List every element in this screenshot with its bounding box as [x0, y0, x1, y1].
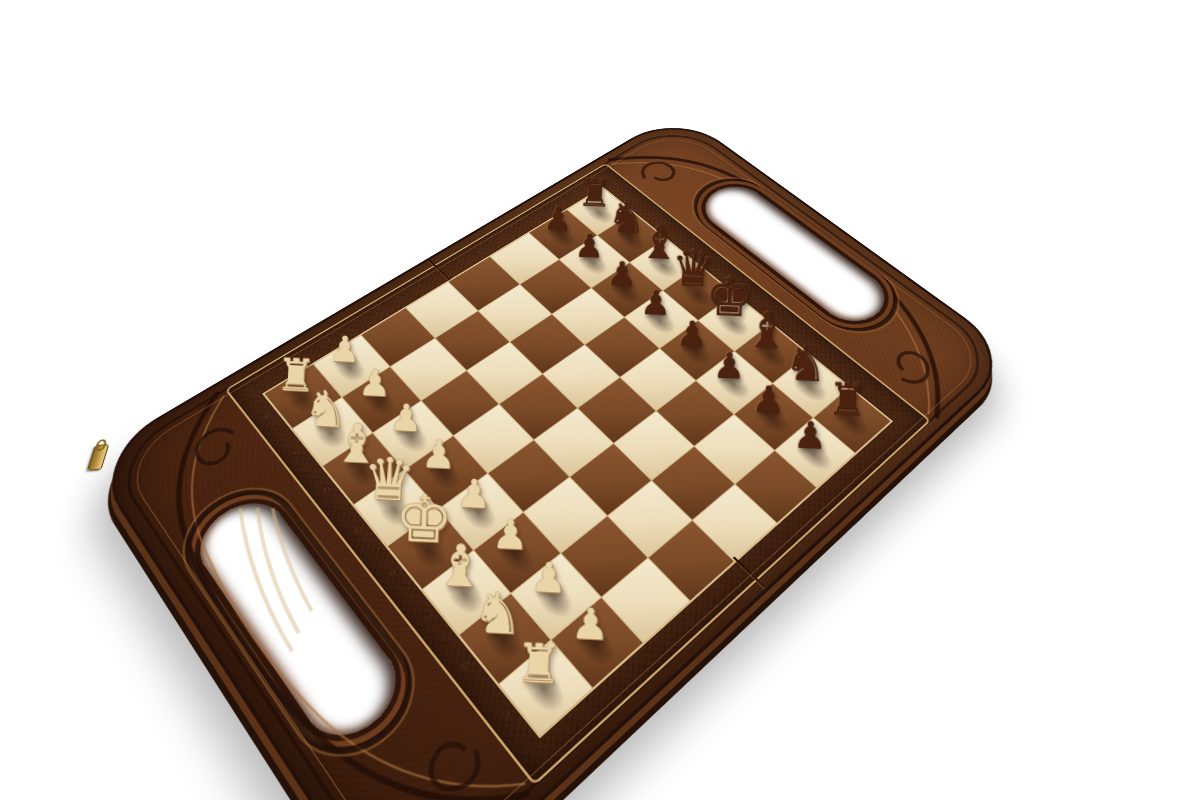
carved-wooden-case: ♜♞♝♛♚♝♞♜♟♟♟♟♟♟♟♟♟♟♟♟♟♟♟♟♜♞♝♛♚♝♞♜ 8765432… — [87, 111, 1019, 800]
product-photo: ♜♞♝♛♚♝♞♜♟♟♟♟♟♟♟♟♟♟♟♟♟♟♟♟♜♞♝♛♚♝♞♜ 8765432… — [0, 0, 1200, 800]
brass-latch-left — [87, 444, 109, 471]
perspective-scene: ♜♞♝♛♚♝♞♜♟♟♟♟♟♟♟♟♟♟♟♟♟♟♟♟♜♞♝♛♚♝♞♜ 8765432… — [0, 0, 1200, 800]
rank-label-6: 6 — [496, 229, 511, 240]
rank-label-4: 4 — [414, 278, 430, 290]
square-h4 — [649, 520, 734, 600]
rank-label-3: 3 — [370, 304, 386, 317]
rank-label-5: 5 — [456, 253, 471, 265]
